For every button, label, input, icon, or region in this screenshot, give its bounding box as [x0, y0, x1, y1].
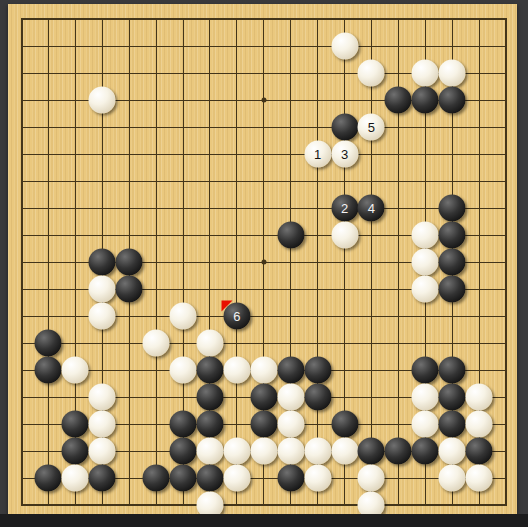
bottom-bar	[0, 514, 528, 527]
star-point	[261, 260, 266, 265]
star-point	[423, 422, 428, 427]
grid-line-horizontal	[21, 343, 508, 344]
star-point	[100, 98, 105, 103]
grid-line-horizontal	[21, 289, 508, 290]
go-board[interactable]	[8, 4, 517, 514]
star-point	[100, 260, 105, 265]
star-point	[261, 98, 266, 103]
star-point	[423, 98, 428, 103]
grid-line-vertical	[479, 18, 480, 506]
star-point	[100, 422, 105, 427]
grid-line-horizontal	[21, 504, 508, 506]
grid-line-horizontal	[21, 451, 508, 452]
window-frame: { "game": "go", "board_size": 19, "windo…	[0, 0, 528, 527]
grid-line-vertical	[371, 18, 372, 506]
grid-line-vertical	[344, 18, 345, 506]
grid-line-vertical	[317, 18, 318, 506]
grid-line-horizontal	[21, 397, 508, 398]
grid-line-vertical	[505, 18, 507, 506]
grid-line-horizontal	[21, 316, 508, 317]
grid-line-vertical	[398, 18, 399, 506]
grid-line-horizontal	[21, 370, 508, 371]
grid-line-horizontal	[21, 478, 508, 479]
grid-line-vertical	[290, 18, 291, 506]
star-point	[261, 422, 266, 427]
grid-line-vertical	[452, 18, 453, 506]
star-point	[423, 260, 428, 265]
